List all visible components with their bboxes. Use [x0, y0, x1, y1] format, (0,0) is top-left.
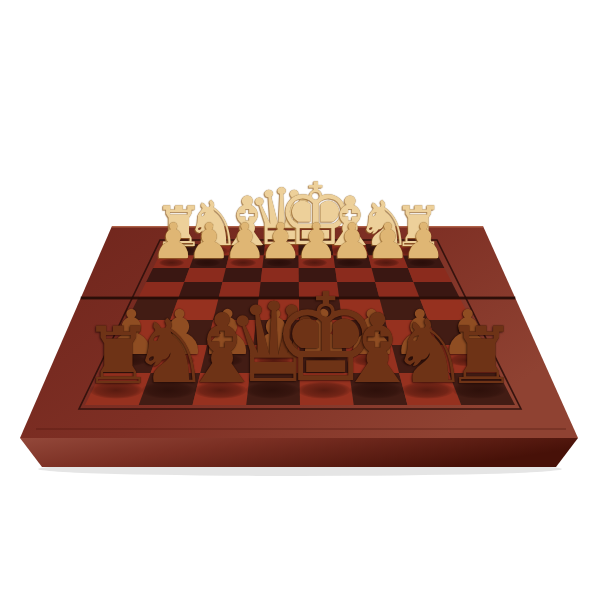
square-h4 [413, 282, 459, 298]
square-e7 [299, 345, 349, 373]
square-f2 [333, 256, 371, 269]
square-a4 [138, 282, 184, 298]
square-b2 [189, 256, 228, 269]
square-f6 [342, 320, 392, 345]
square-c1 [229, 244, 265, 256]
square-g3 [372, 268, 414, 282]
square-f3 [335, 268, 375, 282]
square-f8 [349, 373, 407, 405]
square-e3 [299, 268, 337, 282]
square-e4 [299, 282, 339, 298]
square-a3 [146, 268, 189, 282]
square-h2 [403, 256, 444, 269]
square-b1 [194, 244, 232, 256]
square-d1 [264, 244, 299, 256]
square-f4 [337, 282, 379, 298]
square-b3 [184, 268, 226, 282]
square-c6 [207, 320, 256, 345]
square-g2 [368, 256, 408, 269]
square-d6 [253, 320, 299, 345]
square-d2 [262, 256, 298, 269]
square-e1 [299, 244, 334, 256]
square-b4 [179, 282, 223, 298]
square-d3 [261, 268, 299, 282]
chess-set-photo: ♜♞♝♛♚♝♞♜♟♟♟♟♟♟♟♟♟♟♟♟♟♟♟♟♜♞♝♛♚♝♞♜ [0, 0, 600, 600]
square-c4 [219, 282, 261, 298]
square-g4 [375, 282, 419, 298]
square-e6 [299, 320, 345, 345]
square-c5 [213, 298, 259, 321]
square-f1 [332, 244, 368, 256]
square-c3 [222, 268, 262, 282]
square-h3 [408, 268, 452, 282]
square-f5 [339, 298, 385, 321]
square-d8 [246, 373, 300, 405]
square-e5 [299, 298, 342, 321]
board-front-edge [20, 438, 578, 467]
fold-seam [81, 297, 516, 300]
square-g1 [365, 244, 403, 256]
square-c7 [200, 345, 253, 373]
square-c2 [226, 256, 264, 269]
square-a1 [159, 244, 198, 256]
square-e2 [299, 256, 336, 269]
square-a2 [153, 256, 194, 269]
square-e8 [300, 373, 354, 405]
square-b5 [170, 298, 218, 321]
square-f7 [346, 345, 400, 373]
square-c8 [193, 373, 251, 405]
square-d4 [259, 282, 299, 298]
square-d5 [256, 298, 299, 321]
chess-board [0, 0, 600, 600]
square-h1 [399, 244, 438, 256]
square-d7 [250, 345, 300, 373]
